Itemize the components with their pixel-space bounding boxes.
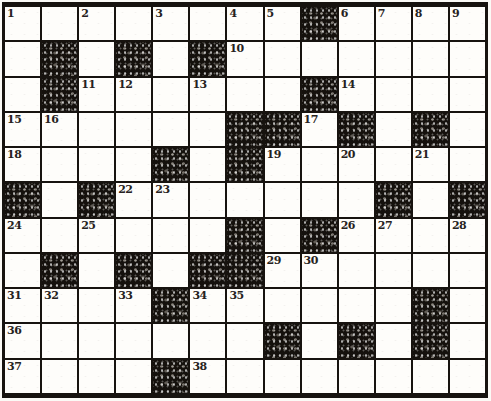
- white-cell-r6c4[interactable]: 22: [116, 183, 151, 216]
- white-cell-r5c1[interactable]: 18: [5, 148, 40, 181]
- white-cell-r4c9[interactable]: 17: [302, 113, 337, 146]
- clue-number-35: 35: [229, 289, 243, 302]
- white-cell-r9c13[interactable]: [450, 289, 485, 322]
- black-cell-r4c8: [265, 113, 300, 146]
- black-cell-r11c5: [153, 360, 188, 393]
- black-cell-r2c4: [116, 42, 151, 75]
- clue-number-6: 6: [341, 7, 348, 20]
- white-cell-r6c5[interactable]: 23: [153, 183, 188, 216]
- white-cell-r10c1[interactable]: 36: [5, 324, 40, 357]
- white-cell-r5c9[interactable]: [302, 148, 337, 181]
- white-cell-r8c5[interactable]: [153, 254, 188, 287]
- white-cell-r1c6[interactable]: [190, 7, 225, 40]
- black-cell-r5c7: [227, 148, 262, 181]
- white-cell-r1c1[interactable]: 1: [5, 7, 40, 40]
- white-cell-r3c10[interactable]: 14: [339, 78, 374, 111]
- white-cell-r9c1[interactable]: 31: [5, 289, 40, 322]
- black-cell-r4c7: [227, 113, 262, 146]
- white-cell-r7c8[interactable]: [265, 219, 300, 252]
- white-cell-r7c10[interactable]: 26: [339, 219, 374, 252]
- white-cell-r11c7[interactable]: [227, 360, 262, 393]
- clue-number-31: 31: [7, 289, 21, 302]
- white-cell-r4c13[interactable]: [450, 113, 485, 146]
- white-cell-r6c10[interactable]: [339, 183, 374, 216]
- black-cell-r9c12: [413, 289, 448, 322]
- clue-number-26: 26: [341, 219, 355, 232]
- white-cell-r11c13[interactable]: [450, 360, 485, 393]
- black-cell-r2c2: [42, 42, 77, 75]
- clue-number-18: 18: [7, 148, 21, 161]
- black-cell-r6c11: [376, 183, 411, 216]
- white-cell-r4c4[interactable]: [116, 113, 151, 146]
- white-cell-r1c7[interactable]: 4: [227, 7, 262, 40]
- white-cell-r6c12[interactable]: [413, 183, 448, 216]
- white-cell-r4c5[interactable]: [153, 113, 188, 146]
- black-cell-r4c12: [413, 113, 448, 146]
- white-cell-r3c8[interactable]: [265, 78, 300, 111]
- white-cell-r7c11[interactable]: 27: [376, 219, 411, 252]
- white-cell-r8c1[interactable]: [5, 254, 40, 287]
- white-cell-r9c3[interactable]: [79, 289, 114, 322]
- white-cell-r9c6[interactable]: 34: [190, 289, 225, 322]
- clue-number-16: 16: [44, 113, 58, 126]
- white-cell-r5c12[interactable]: 21: [413, 148, 448, 181]
- white-cell-r11c2[interactable]: [42, 360, 77, 393]
- white-cell-r5c6[interactable]: [190, 148, 225, 181]
- black-cell-r10c10: [339, 324, 374, 357]
- white-cell-r1c3[interactable]: 2: [79, 7, 114, 40]
- white-cell-r1c5[interactable]: 3: [153, 7, 188, 40]
- black-cell-r2c6: [190, 42, 225, 75]
- white-cell-r7c3[interactable]: 25: [79, 219, 114, 252]
- clue-number-28: 28: [452, 219, 466, 232]
- white-cell-r7c2[interactable]: [42, 219, 77, 252]
- white-cell-r1c8[interactable]: 5: [265, 7, 300, 40]
- white-cell-r1c2[interactable]: [42, 7, 77, 40]
- clue-number-15: 15: [7, 113, 21, 126]
- black-cell-r6c3: [79, 183, 114, 216]
- white-cell-r6c9[interactable]: [302, 183, 337, 216]
- white-cell-r6c2[interactable]: [42, 183, 77, 216]
- white-cell-r3c1[interactable]: [5, 78, 40, 111]
- white-cell-r2c3[interactable]: [79, 42, 114, 75]
- white-cell-r5c3[interactable]: [79, 148, 114, 181]
- black-cell-r3c9: [302, 78, 337, 111]
- white-cell-r11c1[interactable]: 37: [5, 360, 40, 393]
- white-cell-r7c1[interactable]: 24: [5, 219, 40, 252]
- white-cell-r3c5[interactable]: [153, 78, 188, 111]
- white-cell-r1c12[interactable]: 8: [413, 7, 448, 40]
- white-cell-r8c12[interactable]: [413, 254, 448, 287]
- white-cell-r5c2[interactable]: [42, 148, 77, 181]
- white-cell-r7c12[interactable]: [413, 219, 448, 252]
- white-cell-r10c13[interactable]: [450, 324, 485, 357]
- white-cell-r10c3[interactable]: [79, 324, 114, 357]
- clue-number-8: 8: [415, 7, 422, 20]
- white-cell-r6c7[interactable]: [227, 183, 262, 216]
- white-cell-r5c10[interactable]: 20: [339, 148, 374, 181]
- white-cell-r7c5[interactable]: [153, 219, 188, 252]
- white-cell-r10c2[interactable]: [42, 324, 77, 357]
- white-cell-r10c4[interactable]: [116, 324, 151, 357]
- clue-number-11: 11: [81, 78, 95, 91]
- white-cell-r5c13[interactable]: [450, 148, 485, 181]
- clue-number-17: 17: [304, 113, 318, 126]
- clue-number-9: 9: [452, 7, 459, 20]
- white-cell-r7c6[interactable]: [190, 219, 225, 252]
- white-cell-r2c13[interactable]: [450, 42, 485, 75]
- white-cell-r2c9[interactable]: [302, 42, 337, 75]
- crossword-board: 1234567891011121314151617181920212223242…: [2, 2, 488, 398]
- clue-number-1: 1: [7, 7, 14, 20]
- white-cell-r8c11[interactable]: [376, 254, 411, 287]
- white-cell-r11c10[interactable]: [339, 360, 374, 393]
- white-cell-r8c13[interactable]: [450, 254, 485, 287]
- white-cell-r1c11[interactable]: 7: [376, 7, 411, 40]
- clue-number-5: 5: [267, 7, 274, 20]
- black-cell-r10c12: [413, 324, 448, 357]
- white-cell-r9c4[interactable]: 33: [116, 289, 151, 322]
- white-cell-r7c4[interactable]: [116, 219, 151, 252]
- white-cell-r9c7[interactable]: 35: [227, 289, 262, 322]
- white-cell-r4c1[interactable]: 15: [5, 113, 40, 146]
- white-cell-r4c11[interactable]: [376, 113, 411, 146]
- black-cell-r5c5: [153, 148, 188, 181]
- white-cell-r3c13[interactable]: [450, 78, 485, 111]
- white-cell-r11c12[interactable]: [413, 360, 448, 393]
- white-cell-r2c10[interactable]: [339, 42, 374, 75]
- clue-number-20: 20: [341, 148, 355, 161]
- clue-number-21: 21: [415, 148, 429, 161]
- white-cell-r1c4[interactable]: [116, 7, 151, 40]
- white-cell-r10c9[interactable]: [302, 324, 337, 357]
- clue-number-27: 27: [378, 219, 392, 232]
- white-cell-r8c10[interactable]: [339, 254, 374, 287]
- clue-number-23: 23: [155, 183, 169, 196]
- white-cell-r2c1[interactable]: [5, 42, 40, 75]
- white-cell-r1c10[interactable]: 6: [339, 7, 374, 40]
- black-cell-r3c2: [42, 78, 77, 111]
- clue-number-24: 24: [7, 219, 21, 232]
- white-cell-r9c9[interactable]: [302, 289, 337, 322]
- clue-number-37: 37: [7, 360, 21, 373]
- white-cell-r11c6[interactable]: 38: [190, 360, 225, 393]
- white-cell-r6c6[interactable]: [190, 183, 225, 216]
- clue-number-3: 3: [155, 7, 162, 20]
- clue-number-4: 4: [229, 7, 236, 20]
- white-cell-r11c11[interactable]: [376, 360, 411, 393]
- white-cell-r4c6[interactable]: [190, 113, 225, 146]
- white-cell-r3c4[interactable]: 12: [116, 78, 151, 111]
- white-cell-r4c3[interactable]: [79, 113, 114, 146]
- white-cell-r10c7[interactable]: [227, 324, 262, 357]
- clue-number-30: 30: [304, 254, 318, 267]
- clue-number-7: 7: [378, 7, 385, 20]
- clue-number-32: 32: [44, 289, 58, 302]
- white-cell-r11c8[interactable]: [265, 360, 300, 393]
- black-cell-r6c13: [450, 183, 485, 216]
- white-cell-r2c8[interactable]: [265, 42, 300, 75]
- white-cell-r7c13[interactable]: 28: [450, 219, 485, 252]
- black-cell-r8c4: [116, 254, 151, 287]
- clue-number-22: 22: [118, 183, 132, 196]
- white-cell-r5c4[interactable]: [116, 148, 151, 181]
- white-cell-r9c8[interactable]: [265, 289, 300, 322]
- clue-number-12: 12: [118, 78, 132, 91]
- clue-number-13: 13: [192, 78, 206, 91]
- clue-number-33: 33: [118, 289, 132, 302]
- white-cell-r3c3[interactable]: 11: [79, 78, 114, 111]
- black-cell-r8c7: [227, 254, 262, 287]
- white-cell-r3c11[interactable]: [376, 78, 411, 111]
- clue-number-25: 25: [81, 219, 95, 232]
- white-cell-r2c5[interactable]: [153, 42, 188, 75]
- clue-number-10: 10: [229, 42, 243, 55]
- white-cell-r1c13[interactable]: 9: [450, 7, 485, 40]
- black-cell-r8c6: [190, 254, 225, 287]
- white-cell-r11c3[interactable]: [79, 360, 114, 393]
- clue-number-19: 19: [267, 148, 281, 161]
- white-cell-r10c5[interactable]: [153, 324, 188, 357]
- white-cell-r3c12[interactable]: [413, 78, 448, 111]
- white-cell-r11c9[interactable]: [302, 360, 337, 393]
- white-cell-r4c2[interactable]: 16: [42, 113, 77, 146]
- white-cell-r8c9[interactable]: 30: [302, 254, 337, 287]
- white-cell-r10c6[interactable]: [190, 324, 225, 357]
- white-cell-r2c7[interactable]: 10: [227, 42, 262, 75]
- white-cell-r9c2[interactable]: 32: [42, 289, 77, 322]
- black-cell-r7c9: [302, 219, 337, 252]
- clue-number-2: 2: [81, 7, 88, 20]
- white-cell-r8c8[interactable]: 29: [265, 254, 300, 287]
- white-cell-r3c6[interactable]: 13: [190, 78, 225, 111]
- black-cell-r8c2: [42, 254, 77, 287]
- white-cell-r9c11[interactable]: [376, 289, 411, 322]
- black-cell-r1c9: [302, 7, 337, 40]
- black-cell-r6c1: [5, 183, 40, 216]
- white-cell-r5c8[interactable]: 19: [265, 148, 300, 181]
- white-cell-r3c7[interactable]: [227, 78, 262, 111]
- clue-number-14: 14: [341, 78, 355, 91]
- clue-number-38: 38: [192, 360, 206, 373]
- white-cell-r5c11[interactable]: [376, 148, 411, 181]
- black-cell-r7c7: [227, 219, 262, 252]
- white-cell-r2c12[interactable]: [413, 42, 448, 75]
- black-cell-r9c5: [153, 289, 188, 322]
- clue-number-34: 34: [192, 289, 206, 302]
- black-cell-r10c8: [265, 324, 300, 357]
- white-cell-r9c10[interactable]: [339, 289, 374, 322]
- black-cell-r4c10: [339, 113, 374, 146]
- white-cell-r6c8[interactable]: [265, 183, 300, 216]
- clue-number-29: 29: [267, 254, 281, 267]
- white-cell-r8c3[interactable]: [79, 254, 114, 287]
- white-cell-r11c4[interactable]: [116, 360, 151, 393]
- white-cell-r2c11[interactable]: [376, 42, 411, 75]
- clue-number-36: 36: [7, 324, 21, 337]
- white-cell-r10c11[interactable]: [376, 324, 411, 357]
